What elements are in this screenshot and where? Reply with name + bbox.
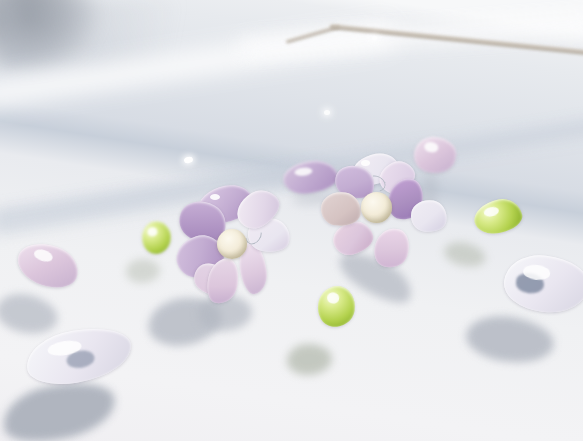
shadow-peridot-left	[126, 259, 160, 283]
flower-earring-right	[315, 150, 451, 272]
peridot-chip-right	[471, 195, 525, 237]
shadow-peridot-bottom	[287, 344, 332, 375]
light-sparkle	[183, 156, 193, 164]
shadow-clear-chip-bottom-right	[463, 310, 557, 368]
petal-highlight	[361, 160, 370, 166]
clear-chip-bottom-right	[501, 252, 583, 316]
petal-highlight	[210, 194, 220, 200]
light-sparkle	[372, 36, 377, 40]
peridot-chip-bottom-center	[315, 284, 357, 330]
petal-pink	[370, 224, 415, 273]
photo-gemstone-flower-earrings: Two flower-shaped gemstone stud earrings…	[0, 0, 583, 441]
flower-center-bead	[217, 229, 247, 259]
shadow-pink-chip-left	[0, 288, 62, 340]
flower-center-bead	[361, 192, 392, 223]
pink-chip-left	[12, 236, 84, 294]
peridot-chip-left	[141, 220, 173, 255]
light-sparkle	[324, 110, 330, 115]
flower-earring-left	[170, 180, 300, 310]
